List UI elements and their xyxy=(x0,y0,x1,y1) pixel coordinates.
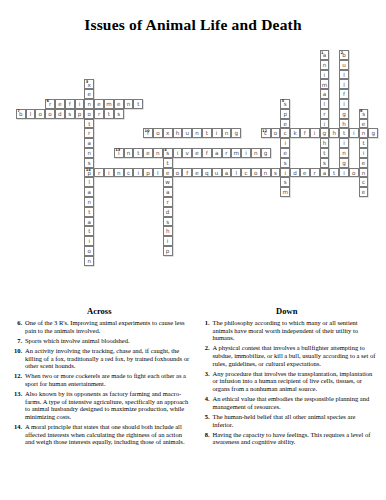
grid-cell: i xyxy=(310,128,320,138)
cell-letter: s xyxy=(272,170,280,177)
cell-letter: c xyxy=(360,179,368,186)
clue-text: Also known by its opponents as factory f… xyxy=(25,390,190,420)
grid-cell: i xyxy=(280,138,290,148)
cell-letter: n xyxy=(85,199,93,206)
grid-cell: n xyxy=(84,197,94,207)
cell-letter: o xyxy=(252,170,260,177)
cell-letter: t xyxy=(134,101,142,108)
clue-text: The philosophy according to which many o… xyxy=(213,319,378,342)
cell-letter: n xyxy=(125,150,133,157)
grid-cell: e xyxy=(280,119,290,129)
cell-letter: a xyxy=(321,170,329,177)
grid-cell: a xyxy=(84,217,94,227)
cell-letter: r xyxy=(164,199,172,206)
grid-cell: g xyxy=(231,128,241,138)
cell-letter: p xyxy=(281,111,289,118)
cell-letter: c xyxy=(242,170,250,177)
cell-letter: i xyxy=(360,150,368,157)
grid-cell: m xyxy=(320,79,330,89)
cell-letter: a xyxy=(85,219,93,226)
grid-cell: n xyxy=(124,148,134,158)
grid-cell: i xyxy=(84,236,94,246)
cell-letter: n xyxy=(85,101,93,108)
cell-letter: l xyxy=(27,111,35,118)
grid-cell: h xyxy=(320,138,330,148)
grid-cell: o xyxy=(84,246,94,256)
cell-letter: s xyxy=(281,160,289,167)
across-clue: 7.Sports which involve animal bloodshed. xyxy=(9,337,190,345)
cell-letter: i xyxy=(164,238,172,245)
grid-cell: s xyxy=(320,158,330,168)
down-clue: 5.The human-held belief that all other a… xyxy=(197,413,378,428)
grid-cell: m xyxy=(104,99,114,109)
grid-cell: 5s xyxy=(280,99,290,109)
grid-cell: 8s xyxy=(359,109,369,119)
cell-letter: h xyxy=(340,121,348,128)
cell-letter: n xyxy=(115,170,123,177)
cell-letter: i xyxy=(321,121,329,128)
grid-cell: u xyxy=(339,60,349,70)
grid-cell: i xyxy=(104,168,114,178)
grid-cell: l xyxy=(320,99,330,109)
cell-letter: t xyxy=(134,150,142,157)
clue-number: 4. xyxy=(197,395,210,410)
cell-letter: n xyxy=(252,150,260,157)
grid-cell: t xyxy=(202,128,212,138)
grid-cell: l xyxy=(84,177,94,187)
grid-cell: a xyxy=(84,187,94,197)
across-clues-column: Across 6.One of the 3 R's. Improving ani… xyxy=(9,306,190,448)
grid-cell: r xyxy=(94,168,104,178)
grid-cell: v xyxy=(182,148,192,158)
cell-letter: i xyxy=(350,130,358,137)
grid-cell: p xyxy=(163,246,173,256)
cell-letter: f xyxy=(66,101,74,108)
cell-letter: s xyxy=(115,111,123,118)
cell-letter: t xyxy=(105,111,113,118)
grid-cell: e xyxy=(300,168,310,178)
grid-cell: r xyxy=(163,197,173,207)
cell-letter: a xyxy=(223,170,231,177)
clue-number: 10. xyxy=(9,347,22,370)
clue-number: 14. xyxy=(9,423,22,446)
cell-letter: t xyxy=(360,140,368,147)
grid-cell: d xyxy=(290,168,300,178)
cell-letter: i xyxy=(134,170,142,177)
cell-letter: g xyxy=(340,160,348,167)
cell-letter: e xyxy=(144,150,152,157)
cell-letter: t xyxy=(85,209,93,216)
cell-letter: e xyxy=(164,170,172,177)
clue-number: 3. xyxy=(197,370,210,393)
grid-cell: n xyxy=(84,99,94,109)
cell-letter: i xyxy=(242,150,250,157)
grid-cell: t xyxy=(163,158,173,168)
grid-cell: r xyxy=(222,148,232,158)
grid-cell: p xyxy=(280,109,290,119)
cell-letter: m xyxy=(321,82,329,89)
grid-cell: h xyxy=(339,119,349,129)
grid-cell: l xyxy=(339,79,349,89)
down-clue: 4.An ethical value that embodies the res… xyxy=(197,395,378,410)
grid-cell: i xyxy=(241,148,251,158)
page-title: Issues of Animal Life and Death xyxy=(0,16,386,34)
grid-cell: i xyxy=(359,148,369,158)
cell-letter: p xyxy=(85,170,93,177)
across-header: Across xyxy=(9,306,190,316)
grid-cell: t xyxy=(84,119,94,129)
cell-letter: u xyxy=(213,170,221,177)
cell-letter: e xyxy=(301,170,309,177)
cell-letter: t xyxy=(164,160,172,167)
grid-cell: e xyxy=(94,99,104,109)
down-clue: 2.A physical contest that involves a bul… xyxy=(197,344,378,367)
cell-letter: i xyxy=(76,101,84,108)
grid-cell: t xyxy=(104,109,114,119)
cell-letter: n xyxy=(125,101,133,108)
cell-letter: i xyxy=(213,130,221,137)
cell-letter: s xyxy=(164,150,172,157)
grid-cell: o xyxy=(35,109,45,119)
cell-letter: a xyxy=(85,140,93,147)
clue-number: 2. xyxy=(197,344,210,367)
clue-text: A moral principle that states that one s… xyxy=(25,423,190,446)
clue-number: 1. xyxy=(197,319,210,342)
grid-cell: 2b xyxy=(339,50,349,60)
grid-cell: o xyxy=(45,109,55,119)
clue-text: The human-held belief that all other ani… xyxy=(213,413,378,428)
cell-letter: i xyxy=(340,170,348,177)
grid-cell: g xyxy=(320,128,330,138)
grid-cell: s xyxy=(280,177,290,187)
cell-letter: m xyxy=(105,101,113,108)
cell-letter: s xyxy=(281,179,289,186)
grid-cell: a xyxy=(320,168,330,178)
clue-text: Having the capacity to have feelings. Th… xyxy=(213,431,378,446)
grid-cell: a xyxy=(84,138,94,148)
cell-letter: t xyxy=(85,121,93,128)
cell-letter: o xyxy=(46,111,54,118)
grid-cell: r xyxy=(320,109,330,119)
grid-cell: 14p xyxy=(84,168,94,178)
grid-cell: e xyxy=(143,148,153,158)
cell-letter: g xyxy=(232,130,240,137)
grid-cell: n xyxy=(359,128,369,138)
cell-letter: i xyxy=(281,140,289,147)
grid-cell: s xyxy=(163,217,173,227)
cell-letter: e xyxy=(56,101,64,108)
cell-letter: n xyxy=(154,150,162,157)
grid-cell: t xyxy=(320,148,330,158)
grid-cell: l xyxy=(153,168,163,178)
clue-text: An activity involving the tracking, chas… xyxy=(25,347,190,370)
cell-letter: c xyxy=(262,130,270,137)
cell-letter: f xyxy=(340,91,348,98)
cell-letter: m xyxy=(281,189,289,196)
cell-letter: k xyxy=(291,130,299,137)
grid-cell: e xyxy=(84,89,94,99)
grid-cell: s xyxy=(271,168,281,178)
cell-letter: a xyxy=(321,52,329,59)
grid-cell: r xyxy=(310,168,320,178)
cell-letter: p xyxy=(76,111,84,118)
grid-cell: o xyxy=(251,168,261,178)
cell-letter: r xyxy=(321,111,329,118)
grid-cell: l xyxy=(231,168,241,178)
grid-cell: t xyxy=(339,128,349,138)
grid-cell: i xyxy=(320,119,330,129)
grid-cell: t xyxy=(359,138,369,148)
grid-cell: g xyxy=(368,128,378,138)
grid-cell: e xyxy=(359,158,369,168)
grid-cell: s xyxy=(280,158,290,168)
grid-cell: p xyxy=(75,109,85,119)
grid-cell: 13i xyxy=(114,148,124,158)
cell-letter: m xyxy=(232,150,240,157)
grid-cell: n xyxy=(261,168,271,178)
cell-letter: o xyxy=(350,170,358,177)
cell-letter: s xyxy=(164,219,172,226)
cell-letter: l xyxy=(85,179,93,186)
across-clue: 14.A moral principle that states that on… xyxy=(9,423,190,446)
grid-cell: w xyxy=(163,177,173,187)
cell-letter: e xyxy=(281,121,289,128)
grid-cell: s xyxy=(65,109,75,119)
down-clues-column: Down 1.The philosophy according to which… xyxy=(197,306,378,448)
cell-letter: w xyxy=(164,179,172,186)
grid-cell: i xyxy=(339,138,349,148)
cell-letter: i xyxy=(105,170,113,177)
grid-cell: 7b xyxy=(16,109,26,119)
cell-letter: l xyxy=(321,101,329,108)
grid-cell: l xyxy=(339,70,349,80)
cell-letter: i xyxy=(115,150,123,157)
grid-cell: s xyxy=(84,158,94,168)
cell-letter: e xyxy=(281,150,289,157)
clue-text: When two or more cockerels are made to f… xyxy=(25,372,190,387)
clue-text: Any procedure that involves the transpla… xyxy=(213,370,378,393)
cell-letter: n xyxy=(85,258,93,265)
cell-letter: c xyxy=(281,130,289,137)
cell-letter: g xyxy=(262,150,270,157)
grid-cell: n xyxy=(251,148,261,158)
cell-letter: h xyxy=(330,130,338,137)
clue-number: 8. xyxy=(197,431,210,446)
cell-letter: b xyxy=(17,111,25,118)
cell-letter: c xyxy=(125,170,133,177)
crossword-grid: 1a2bnuil3xmleaf6refinement5sli7bloodspor… xyxy=(6,50,380,268)
grid-cell: 3x xyxy=(84,79,94,89)
cell-letter: l xyxy=(232,170,240,177)
grid-cell: l xyxy=(26,109,36,119)
cell-letter: i xyxy=(340,140,348,147)
cell-letter: r xyxy=(95,170,103,177)
grid-cell: 12c xyxy=(261,128,271,138)
grid-cell: i xyxy=(339,168,349,178)
grid-cell: p xyxy=(143,168,153,178)
grid-cell: d xyxy=(55,109,65,119)
grid-cell: i xyxy=(320,70,330,80)
cell-letter: l xyxy=(340,82,348,89)
down-clue: 1.The philosophy according to which many… xyxy=(197,319,378,342)
grid-cell: q xyxy=(202,168,212,178)
cell-letter: e xyxy=(193,150,201,157)
cell-letter: n xyxy=(193,130,201,137)
cell-letter: n xyxy=(223,130,231,137)
cell-letter: d xyxy=(56,111,64,118)
grid-cell: k xyxy=(290,128,300,138)
grid-cell: i xyxy=(212,128,222,138)
cell-letter: i xyxy=(311,130,319,137)
cell-letter: n xyxy=(360,130,368,137)
grid-cell: a xyxy=(212,148,222,158)
across-clue: 13.Also known by its opponents as factor… xyxy=(9,390,190,420)
grid-cell: t xyxy=(84,226,94,236)
grid-cell: h xyxy=(329,128,339,138)
cell-letter: n xyxy=(360,170,368,177)
cell-letter: o xyxy=(85,248,93,255)
cell-letter: n xyxy=(340,150,348,157)
grid-cell: i xyxy=(173,148,183,158)
grid-cell: e xyxy=(114,99,124,109)
grid-cell: e xyxy=(280,148,290,158)
cell-letter: i xyxy=(340,101,348,108)
cell-letter: a xyxy=(213,150,221,157)
grid-cell: r xyxy=(84,128,94,138)
grid-cell: f xyxy=(339,89,349,99)
cell-letter: o xyxy=(272,130,280,137)
grid-cell: 10f xyxy=(143,128,153,138)
cell-letter: i xyxy=(281,170,289,177)
cell-letter: f xyxy=(144,130,152,137)
cell-letter: o xyxy=(85,111,93,118)
cell-letter: r xyxy=(223,150,231,157)
cell-letter: e xyxy=(360,160,368,167)
grid-cell: f xyxy=(300,128,310,138)
cell-letter: p xyxy=(164,248,172,255)
grid-cell: n xyxy=(84,256,94,266)
grid-cell: n xyxy=(320,60,330,70)
grid-cell: o xyxy=(271,128,281,138)
cell-letter: d xyxy=(164,209,172,216)
grid-cell: n xyxy=(114,168,124,178)
grid-cell: n xyxy=(153,148,163,158)
grid-cell: o xyxy=(173,168,183,178)
grid-cell: a xyxy=(320,89,330,99)
grid-cell: g xyxy=(339,158,349,168)
across-clue: 10.An activity involving the tracking, c… xyxy=(9,347,190,370)
grid-cell: n xyxy=(124,99,134,109)
cell-letter: h xyxy=(174,130,182,137)
clue-number: 12. xyxy=(9,372,22,387)
cell-letter: h xyxy=(321,140,329,147)
grid-cell: m xyxy=(280,187,290,197)
clue-text: Sports which involve animal bloodshed. xyxy=(25,337,130,345)
grid-cell: d xyxy=(163,207,173,217)
cell-letter: e xyxy=(85,91,93,98)
cell-letter: v xyxy=(183,150,191,157)
clue-number: 13. xyxy=(9,390,22,420)
cell-letter: g xyxy=(340,111,348,118)
grid-cell: 1a xyxy=(320,50,330,60)
grid-cell: n xyxy=(84,148,94,158)
cell-letter: e xyxy=(360,189,368,196)
cell-letter: a xyxy=(321,91,329,98)
cell-letter: n xyxy=(321,62,329,69)
clue-text: A physical contest that involves a bullf… xyxy=(213,344,378,367)
grid-cell: m xyxy=(231,148,241,158)
cell-letter: b xyxy=(340,52,348,59)
grid-cell: 4s xyxy=(163,148,173,158)
grid-cell: t xyxy=(133,148,143,158)
grid-cell: g xyxy=(261,148,271,158)
clues-section: Across 6.One of the 3 R's. Improving ani… xyxy=(0,306,386,448)
cell-letter: u xyxy=(183,130,191,137)
cell-letter: r xyxy=(85,130,93,137)
cell-letter: a xyxy=(164,189,172,196)
grid-cell: e xyxy=(192,148,202,158)
cell-letter: s xyxy=(281,101,289,108)
grid-cell: s xyxy=(114,109,124,119)
grid-cell: t xyxy=(133,99,143,109)
cell-letter: t xyxy=(330,170,338,177)
cell-letter: h xyxy=(164,228,172,235)
cell-letter: n xyxy=(262,170,270,177)
grid-cell: e xyxy=(163,168,173,178)
cell-letter: g xyxy=(321,130,329,137)
grid-cell: r xyxy=(94,109,104,119)
down-clue: 3.Any procedure that involves the transp… xyxy=(197,370,378,393)
cell-letter: e xyxy=(360,121,368,128)
cell-letter: l xyxy=(154,170,162,177)
cell-letter: p xyxy=(144,170,152,177)
cell-letter: t xyxy=(85,228,93,235)
grid-cell: n xyxy=(359,168,369,178)
cell-letter: g xyxy=(369,130,377,137)
grid-cell: c xyxy=(241,168,251,178)
cell-letter: x xyxy=(164,130,172,137)
cell-letter: o xyxy=(36,111,44,118)
cell-letter: x xyxy=(85,82,93,89)
cell-letter: a xyxy=(85,189,93,196)
clue-text: One of the 3 R's. Improving animal exper… xyxy=(25,319,190,334)
down-clue: 8.Having the capacity to have feelings. … xyxy=(197,431,378,446)
grid-cell: u xyxy=(182,128,192,138)
cell-letter: f xyxy=(183,170,191,177)
cell-letter: f xyxy=(203,150,211,157)
grid-cell: a xyxy=(163,187,173,197)
grid-cell: o xyxy=(153,128,163,138)
grid-cell: h xyxy=(163,226,173,236)
cell-letter: s xyxy=(360,111,368,118)
grid-cell: a xyxy=(222,168,232,178)
cell-letter: i xyxy=(174,150,182,157)
clue-number: 6. xyxy=(9,319,22,334)
grid-cell: e xyxy=(359,187,369,197)
grid-cell: n xyxy=(192,128,202,138)
cell-letter: i xyxy=(321,72,329,79)
cell-letter: r xyxy=(95,111,103,118)
grid-cell: n xyxy=(222,128,232,138)
grid-cell: u xyxy=(212,168,222,178)
cell-letter: e xyxy=(193,170,201,177)
grid-cell: 6r xyxy=(45,99,55,109)
grid-cell: t xyxy=(329,168,339,178)
cell-letter: d xyxy=(291,170,299,177)
grid-cell: e xyxy=(192,168,202,178)
grid-cell: i xyxy=(349,128,359,138)
cell-letter: e xyxy=(115,101,123,108)
